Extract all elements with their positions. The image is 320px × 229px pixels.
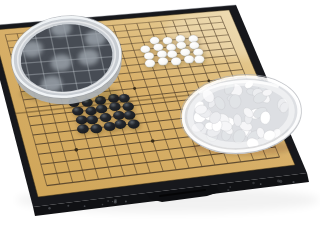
go-board [0,5,305,197]
product-photo [0,0,320,229]
go-set-scene [0,0,320,229]
